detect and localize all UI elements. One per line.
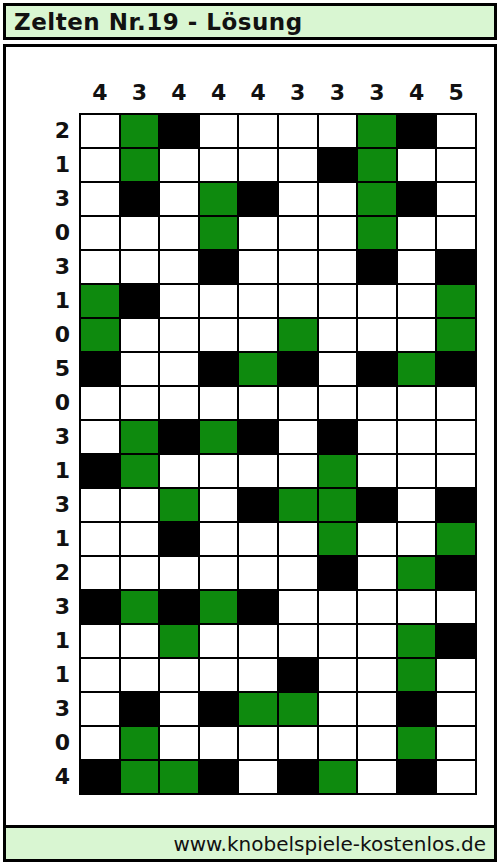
cell-tent (160, 591, 198, 623)
cell-tent (398, 115, 436, 147)
cell-tree (358, 183, 396, 215)
cell-empty (160, 659, 198, 691)
cell-tent (319, 557, 357, 589)
cell-empty (319, 217, 357, 249)
cell-tree (121, 115, 159, 147)
cell-empty (239, 625, 277, 657)
row-clue: 0 (26, 727, 70, 759)
cell-tree (121, 727, 159, 759)
cell-tree (319, 489, 357, 521)
cell-empty (160, 183, 198, 215)
cell-tent (200, 353, 238, 385)
col-clue: 4 (81, 79, 119, 107)
cell-empty (358, 659, 396, 691)
cell-tent (160, 421, 198, 453)
cell-empty (81, 693, 119, 725)
cell-empty (160, 353, 198, 385)
cell-empty (160, 149, 198, 181)
row-clues: 21303105031312311304 (26, 115, 70, 793)
cell-empty (160, 455, 198, 487)
cell-empty (239, 285, 277, 317)
cell-tent (81, 353, 119, 385)
board (79, 113, 477, 795)
cell-empty (121, 251, 159, 283)
cell-empty (239, 115, 277, 147)
cell-empty (319, 659, 357, 691)
cell-tree (437, 285, 475, 317)
cell-empty (398, 149, 436, 181)
cell-empty (319, 693, 357, 725)
cell-empty (279, 285, 317, 317)
cell-tree (160, 625, 198, 657)
cell-empty (319, 183, 357, 215)
cell-empty (121, 523, 159, 555)
cell-tent (319, 421, 357, 453)
cell-tent (81, 591, 119, 623)
cell-empty (121, 319, 159, 351)
cell-empty (121, 557, 159, 589)
col-clue: 3 (358, 79, 396, 107)
cell-empty (81, 387, 119, 419)
row-clue: 1 (26, 455, 70, 487)
cell-tree (160, 761, 198, 793)
cell-empty (437, 659, 475, 691)
cell-tree (319, 455, 357, 487)
cell-empty (200, 557, 238, 589)
cell-tree (398, 625, 436, 657)
cell-empty (279, 115, 317, 147)
cell-empty (437, 761, 475, 793)
cell-empty (437, 115, 475, 147)
cell-empty (160, 319, 198, 351)
cell-tent (437, 353, 475, 385)
cell-empty (200, 659, 238, 691)
cell-empty (437, 693, 475, 725)
cell-empty (398, 421, 436, 453)
cell-tree (437, 523, 475, 555)
cell-tent (239, 591, 277, 623)
cell-empty (279, 149, 317, 181)
cell-empty (358, 625, 396, 657)
cell-tree (239, 353, 277, 385)
cell-empty (81, 115, 119, 147)
cell-tent (200, 761, 238, 793)
cell-empty (319, 285, 357, 317)
cell-empty (437, 591, 475, 623)
cell-empty (81, 727, 119, 759)
cell-tent (200, 251, 238, 283)
cell-empty (200, 523, 238, 555)
cell-empty (200, 727, 238, 759)
cell-empty (358, 693, 396, 725)
cell-empty (358, 591, 396, 623)
cell-empty (200, 387, 238, 419)
cell-tent (279, 659, 317, 691)
cell-empty (319, 251, 357, 283)
cell-empty (437, 455, 475, 487)
cell-empty (239, 557, 277, 589)
cell-empty (279, 557, 317, 589)
cell-empty (239, 523, 277, 555)
cell-tree (121, 149, 159, 181)
cell-empty (81, 251, 119, 283)
cell-tent (319, 149, 357, 181)
cell-empty (160, 217, 198, 249)
row-clue: 3 (26, 251, 70, 283)
cell-tree (121, 455, 159, 487)
row-clue: 1 (26, 523, 70, 555)
cell-empty (358, 455, 396, 487)
cell-empty (81, 489, 119, 521)
website-text: www.knobelspiele-kostenlos.de (173, 832, 486, 856)
cell-empty (319, 625, 357, 657)
cell-empty (358, 421, 396, 453)
cell-tree (81, 285, 119, 317)
row-clue: 3 (26, 591, 70, 623)
cell-empty (200, 115, 238, 147)
cell-empty (398, 251, 436, 283)
cell-tree (200, 591, 238, 623)
cell-empty (279, 591, 317, 623)
cell-tree (200, 421, 238, 453)
row-clue: 5 (26, 353, 70, 385)
cell-tent (121, 693, 159, 725)
row-clue: 0 (26, 387, 70, 419)
row-clue: 3 (26, 421, 70, 453)
cell-empty (160, 693, 198, 725)
cell-empty (81, 149, 119, 181)
cell-tent (398, 761, 436, 793)
cell-tree (200, 217, 238, 249)
cell-tree (358, 217, 396, 249)
cell-tent (279, 353, 317, 385)
cell-empty (81, 421, 119, 453)
cell-empty (279, 455, 317, 487)
cell-empty (200, 489, 238, 521)
col-clue: 5 (437, 79, 475, 107)
cell-empty (279, 387, 317, 419)
cell-empty (319, 353, 357, 385)
cell-tree (200, 183, 238, 215)
cell-empty (279, 421, 317, 453)
row-clue: 2 (26, 115, 70, 147)
cell-tent (239, 489, 277, 521)
row-clue: 0 (26, 319, 70, 351)
page-title: Zelten Nr.19 - Lösung (14, 9, 303, 35)
cell-empty (319, 319, 357, 351)
cell-tree (239, 693, 277, 725)
col-clue: 4 (160, 79, 198, 107)
cell-tent (398, 183, 436, 215)
cell-tent (81, 761, 119, 793)
cell-empty (81, 557, 119, 589)
cell-empty (437, 727, 475, 759)
cell-empty (160, 387, 198, 419)
cell-empty (239, 727, 277, 759)
cell-tree (358, 115, 396, 147)
cell-empty (121, 489, 159, 521)
row-clue: 3 (26, 693, 70, 725)
cell-empty (239, 217, 277, 249)
cell-empty (160, 251, 198, 283)
cell-empty (437, 217, 475, 249)
cell-empty (437, 387, 475, 419)
cell-empty (160, 285, 198, 317)
cell-tent (437, 489, 475, 521)
cell-tree (398, 557, 436, 589)
cell-empty (239, 455, 277, 487)
cell-empty (81, 523, 119, 555)
col-clue: 3 (121, 79, 159, 107)
cell-empty (398, 591, 436, 623)
cell-tent (239, 421, 277, 453)
row-clue: 1 (26, 149, 70, 181)
col-clue: 4 (239, 79, 277, 107)
col-clue: 3 (319, 79, 357, 107)
cell-tent (160, 115, 198, 147)
row-clue: 1 (26, 285, 70, 317)
cell-empty (398, 217, 436, 249)
cell-empty (121, 625, 159, 657)
cell-empty (437, 421, 475, 453)
cell-tent (358, 251, 396, 283)
cell-tree (121, 591, 159, 623)
cell-empty (319, 387, 357, 419)
cell-empty (200, 455, 238, 487)
column-clues: 4344433345 (81, 79, 475, 107)
cell-tree (319, 523, 357, 555)
cell-empty (121, 217, 159, 249)
cell-tree (279, 489, 317, 521)
cell-empty (398, 319, 436, 351)
cell-empty (121, 387, 159, 419)
cell-empty (81, 625, 119, 657)
col-clue: 4 (398, 79, 436, 107)
cell-empty (239, 149, 277, 181)
cell-tree (121, 761, 159, 793)
cell-empty (239, 251, 277, 283)
cell-empty (319, 591, 357, 623)
cell-empty (239, 659, 277, 691)
cell-empty (81, 183, 119, 215)
cell-tent (437, 251, 475, 283)
cell-empty (279, 523, 317, 555)
title-bar: Zelten Nr.19 - Lösung (3, 3, 497, 40)
cell-empty (358, 523, 396, 555)
row-clue: 1 (26, 659, 70, 691)
cell-empty (160, 557, 198, 589)
cell-empty (358, 761, 396, 793)
board-panel: 4344433345 21303105031312311304 (3, 44, 497, 828)
cell-empty (319, 115, 357, 147)
cell-empty (239, 387, 277, 419)
cell-empty (358, 319, 396, 351)
cell-empty (319, 727, 357, 759)
cell-tent (160, 523, 198, 555)
cell-empty (437, 149, 475, 181)
cell-tree (398, 659, 436, 691)
cell-tent (437, 557, 475, 589)
row-clue: 3 (26, 489, 70, 521)
row-clue: 3 (26, 183, 70, 215)
col-clue: 3 (279, 79, 317, 107)
cell-empty (200, 285, 238, 317)
cell-tent (81, 455, 119, 487)
cell-empty (398, 455, 436, 487)
row-clue: 0 (26, 217, 70, 249)
cell-empty (239, 761, 277, 793)
cell-empty (358, 387, 396, 419)
cell-tree (279, 693, 317, 725)
cell-empty (398, 523, 436, 555)
cell-empty (81, 217, 119, 249)
cell-empty (437, 183, 475, 215)
cell-tent (239, 183, 277, 215)
footer-bar: www.knobelspiele-kostenlos.de (3, 828, 497, 862)
col-clue: 4 (200, 79, 238, 107)
cell-tree (319, 761, 357, 793)
row-clue: 1 (26, 625, 70, 657)
cell-tent (358, 353, 396, 385)
cell-empty (279, 727, 317, 759)
row-clue: 2 (26, 557, 70, 589)
cell-tent (437, 625, 475, 657)
cell-tent (121, 183, 159, 215)
cell-tree (398, 727, 436, 759)
cell-empty (160, 727, 198, 759)
cell-tree (81, 319, 119, 351)
cell-empty (279, 251, 317, 283)
cell-empty (358, 557, 396, 589)
cell-empty (398, 489, 436, 521)
cell-tree (437, 319, 475, 351)
cell-tree (160, 489, 198, 521)
cell-empty (121, 353, 159, 385)
cell-empty (279, 217, 317, 249)
row-clue: 4 (26, 761, 70, 793)
cell-tent (398, 693, 436, 725)
cell-empty (200, 319, 238, 351)
cell-empty (398, 285, 436, 317)
cell-tree (279, 319, 317, 351)
cell-empty (358, 727, 396, 759)
cell-tent (358, 489, 396, 521)
cell-empty (121, 659, 159, 691)
cell-empty (279, 183, 317, 215)
cell-tree (121, 421, 159, 453)
cell-empty (398, 387, 436, 419)
cell-empty (279, 625, 317, 657)
cell-tent (200, 693, 238, 725)
cell-empty (358, 285, 396, 317)
cell-tree (358, 149, 396, 181)
cell-tent (121, 285, 159, 317)
cell-empty (81, 659, 119, 691)
cell-empty (200, 149, 238, 181)
cell-empty (200, 625, 238, 657)
cell-tent (279, 761, 317, 793)
cell-tree (398, 353, 436, 385)
cell-empty (239, 319, 277, 351)
